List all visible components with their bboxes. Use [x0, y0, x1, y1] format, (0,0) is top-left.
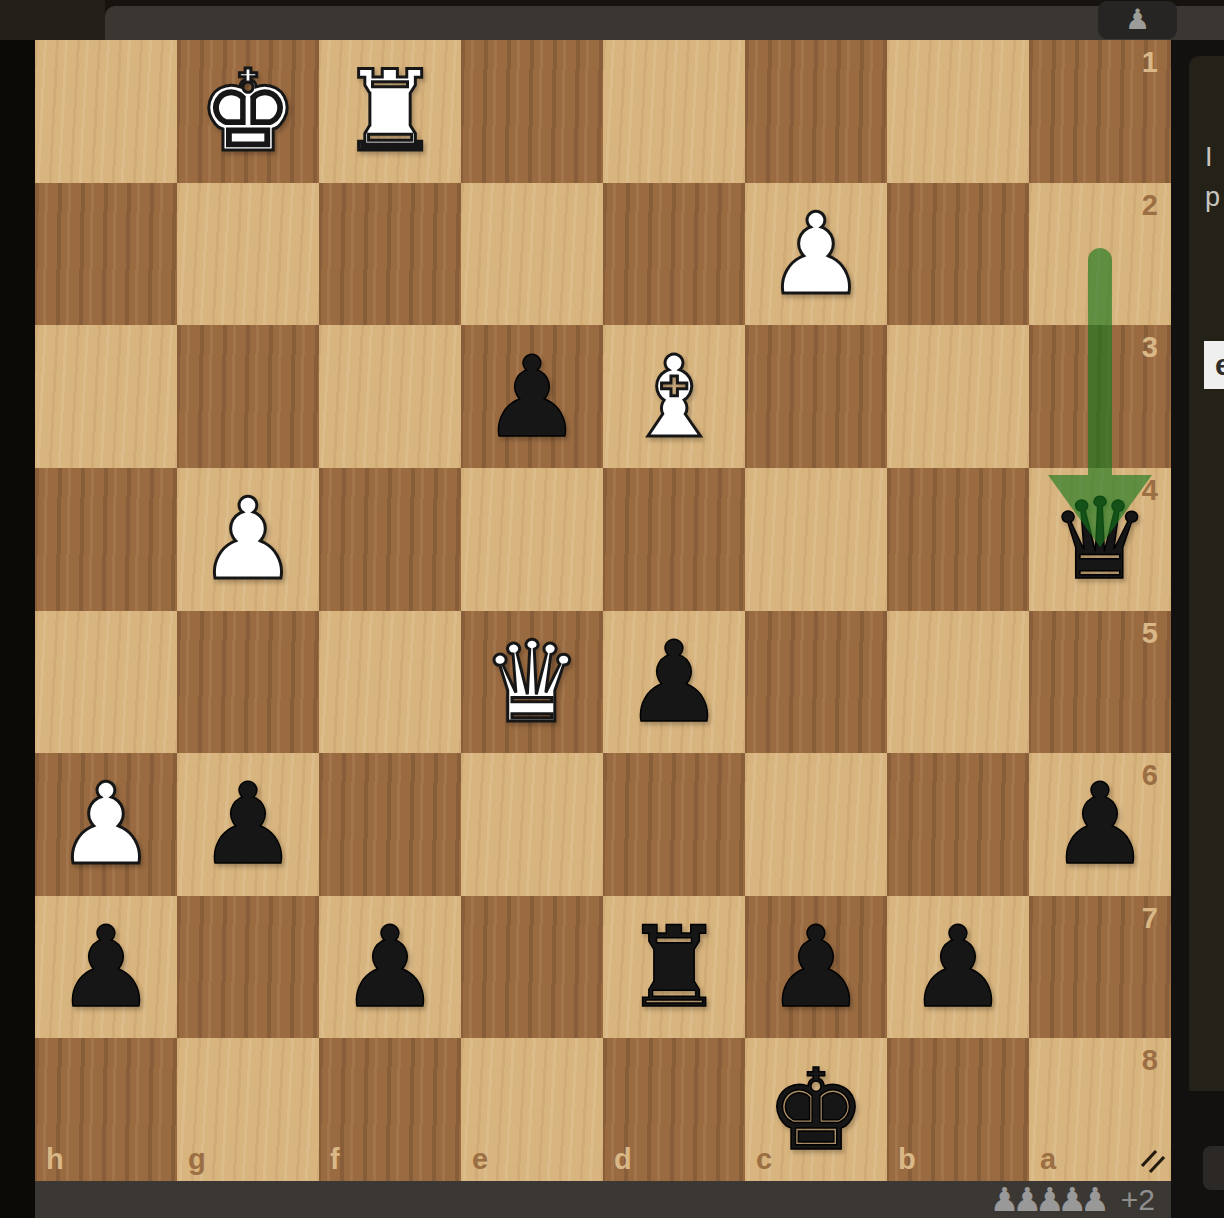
square-c7[interactable]: ♟	[745, 896, 887, 1039]
white-bishop[interactable]: ♝	[603, 325, 745, 468]
black-queen[interactable]: ♛	[1029, 468, 1171, 611]
square-d8[interactable]: d	[603, 1038, 745, 1181]
square-a2[interactable]: 2	[1029, 183, 1171, 326]
rank-label-8: 8	[1142, 1046, 1158, 1075]
square-b5[interactable]	[887, 611, 1029, 754]
file-label-b: b	[898, 1145, 916, 1174]
square-b2[interactable]	[887, 183, 1029, 326]
piece-set-button[interactable]: ♟	[1098, 1, 1177, 39]
white-pawn[interactable]: ♟	[35, 753, 177, 896]
white-pawn[interactable]: ♟	[177, 468, 319, 611]
square-g1[interactable]: ♚	[177, 40, 319, 183]
rank-label-5: 5	[1142, 619, 1158, 648]
black-pawn[interactable]: ♟	[461, 325, 603, 468]
white-queen[interactable]: ♛	[461, 611, 603, 754]
square-h3[interactable]	[35, 325, 177, 468]
square-c4[interactable]	[745, 468, 887, 611]
file-label-e: e	[472, 1145, 488, 1174]
black-pawn[interactable]: ♟	[319, 896, 461, 1039]
white-king[interactable]: ♚	[177, 40, 319, 183]
header-panel	[105, 6, 1224, 40]
square-e5[interactable]: ♛	[461, 611, 603, 754]
black-rook[interactable]: ♜	[603, 896, 745, 1039]
rank-label-1: 1	[1142, 48, 1158, 77]
side-panel-text-line: p	[1205, 184, 1220, 211]
black-king[interactable]: ♚	[745, 1038, 887, 1181]
square-b1[interactable]	[887, 40, 1029, 183]
square-f4[interactable]	[319, 468, 461, 611]
square-e7[interactable]	[461, 896, 603, 1039]
side-panel-edge: I p	[1189, 56, 1224, 1091]
captured-pawns-icons: ♟♟♟♟♟	[990, 1183, 1103, 1216]
rank-label-2: 2	[1142, 191, 1158, 220]
side-panel-white-box: e	[1204, 341, 1224, 389]
side-panel-text-line: I	[1205, 144, 1213, 171]
square-d6[interactable]	[603, 753, 745, 896]
square-a5[interactable]: 5	[1029, 611, 1171, 754]
material-advantage: +2	[1121, 1185, 1155, 1215]
square-d3[interactable]: ♝	[603, 325, 745, 468]
square-c5[interactable]	[745, 611, 887, 754]
square-e1[interactable]	[461, 40, 603, 183]
chess-board: ♚♜1♟2♟♝3♟4♛♛♟5♟♟6♟♟♟♜♟♟7hgfedc♚b8a	[35, 40, 1171, 1181]
square-f6[interactable]	[319, 753, 461, 896]
square-b3[interactable]	[887, 325, 1029, 468]
file-label-g: g	[188, 1145, 206, 1174]
square-c2[interactable]: ♟	[745, 183, 887, 326]
square-g2[interactable]	[177, 183, 319, 326]
square-b6[interactable]	[887, 753, 1029, 896]
rank-label-7: 7	[1142, 904, 1158, 933]
square-d5[interactable]: ♟	[603, 611, 745, 754]
square-h4[interactable]	[35, 468, 177, 611]
square-d2[interactable]	[603, 183, 745, 326]
rank-label-3: 3	[1142, 333, 1158, 362]
file-label-h: h	[46, 1145, 64, 1174]
square-b4[interactable]	[887, 468, 1029, 611]
app-window: ♟ ♚♜1♟2♟♝3♟4♛♛♟5♟♟6♟♟♟♜♟♟7hgfedc♚b8a I p…	[0, 0, 1224, 1218]
black-pawn[interactable]: ♟	[177, 753, 319, 896]
file-label-d: d	[614, 1145, 632, 1174]
black-pawn[interactable]: ♟	[603, 611, 745, 754]
side-panel-white-box-char: e	[1215, 348, 1224, 382]
square-f8[interactable]: f	[319, 1038, 461, 1181]
square-d7[interactable]: ♜	[603, 896, 745, 1039]
square-g5[interactable]	[177, 611, 319, 754]
top-bar: ♟	[0, 0, 1224, 40]
black-pawn[interactable]: ♟	[887, 896, 1029, 1039]
square-g8[interactable]: g	[177, 1038, 319, 1181]
black-pawn[interactable]: ♟	[1029, 753, 1171, 896]
square-b7[interactable]: ♟	[887, 896, 1029, 1039]
square-e6[interactable]	[461, 753, 603, 896]
square-b8[interactable]: b	[887, 1038, 1029, 1181]
square-h1[interactable]	[35, 40, 177, 183]
square-d4[interactable]	[603, 468, 745, 611]
top-bar-left-gap	[0, 0, 105, 40]
black-pawn[interactable]: ♟	[35, 896, 177, 1039]
square-f2[interactable]	[319, 183, 461, 326]
square-e4[interactable]	[461, 468, 603, 611]
square-a6[interactable]: 6♟	[1029, 753, 1171, 896]
square-f3[interactable]	[319, 325, 461, 468]
square-c6[interactable]	[745, 753, 887, 896]
square-g6[interactable]: ♟	[177, 753, 319, 896]
side-panel-button[interactable]	[1203, 1146, 1224, 1190]
material-bar: ♟♟♟♟♟ +2	[35, 1181, 1171, 1218]
square-c3[interactable]	[745, 325, 887, 468]
square-h5[interactable]	[35, 611, 177, 754]
square-h6[interactable]: ♟	[35, 753, 177, 896]
black-pawn[interactable]: ♟	[745, 896, 887, 1039]
square-f5[interactable]	[319, 611, 461, 754]
square-g3[interactable]	[177, 325, 319, 468]
square-h7[interactable]: ♟	[35, 896, 177, 1039]
square-a7[interactable]: 7	[1029, 896, 1171, 1039]
square-e2[interactable]	[461, 183, 603, 326]
square-e3[interactable]: ♟	[461, 325, 603, 468]
board-resize-handle[interactable]	[1140, 1148, 1170, 1176]
square-f1[interactable]: ♜	[319, 40, 461, 183]
square-a4[interactable]: 4♛	[1029, 468, 1171, 611]
white-rook[interactable]: ♜	[319, 40, 461, 183]
square-g4[interactable]: ♟	[177, 468, 319, 611]
file-label-a: a	[1040, 1145, 1056, 1174]
square-h2[interactable]	[35, 183, 177, 326]
square-c1[interactable]	[745, 40, 887, 183]
square-a1[interactable]: 1	[1029, 40, 1171, 183]
square-g7[interactable]	[177, 896, 319, 1039]
white-pawn[interactable]: ♟	[745, 183, 887, 326]
file-label-f: f	[330, 1145, 340, 1174]
square-d1[interactable]	[603, 40, 745, 183]
square-a3[interactable]: 3	[1029, 325, 1171, 468]
square-c8[interactable]: c♚	[745, 1038, 887, 1181]
square-h8[interactable]: h	[35, 1038, 177, 1181]
pawn-icon: ♟	[1125, 6, 1150, 34]
square-e8[interactable]: e	[461, 1038, 603, 1181]
square-f7[interactable]: ♟	[319, 896, 461, 1039]
